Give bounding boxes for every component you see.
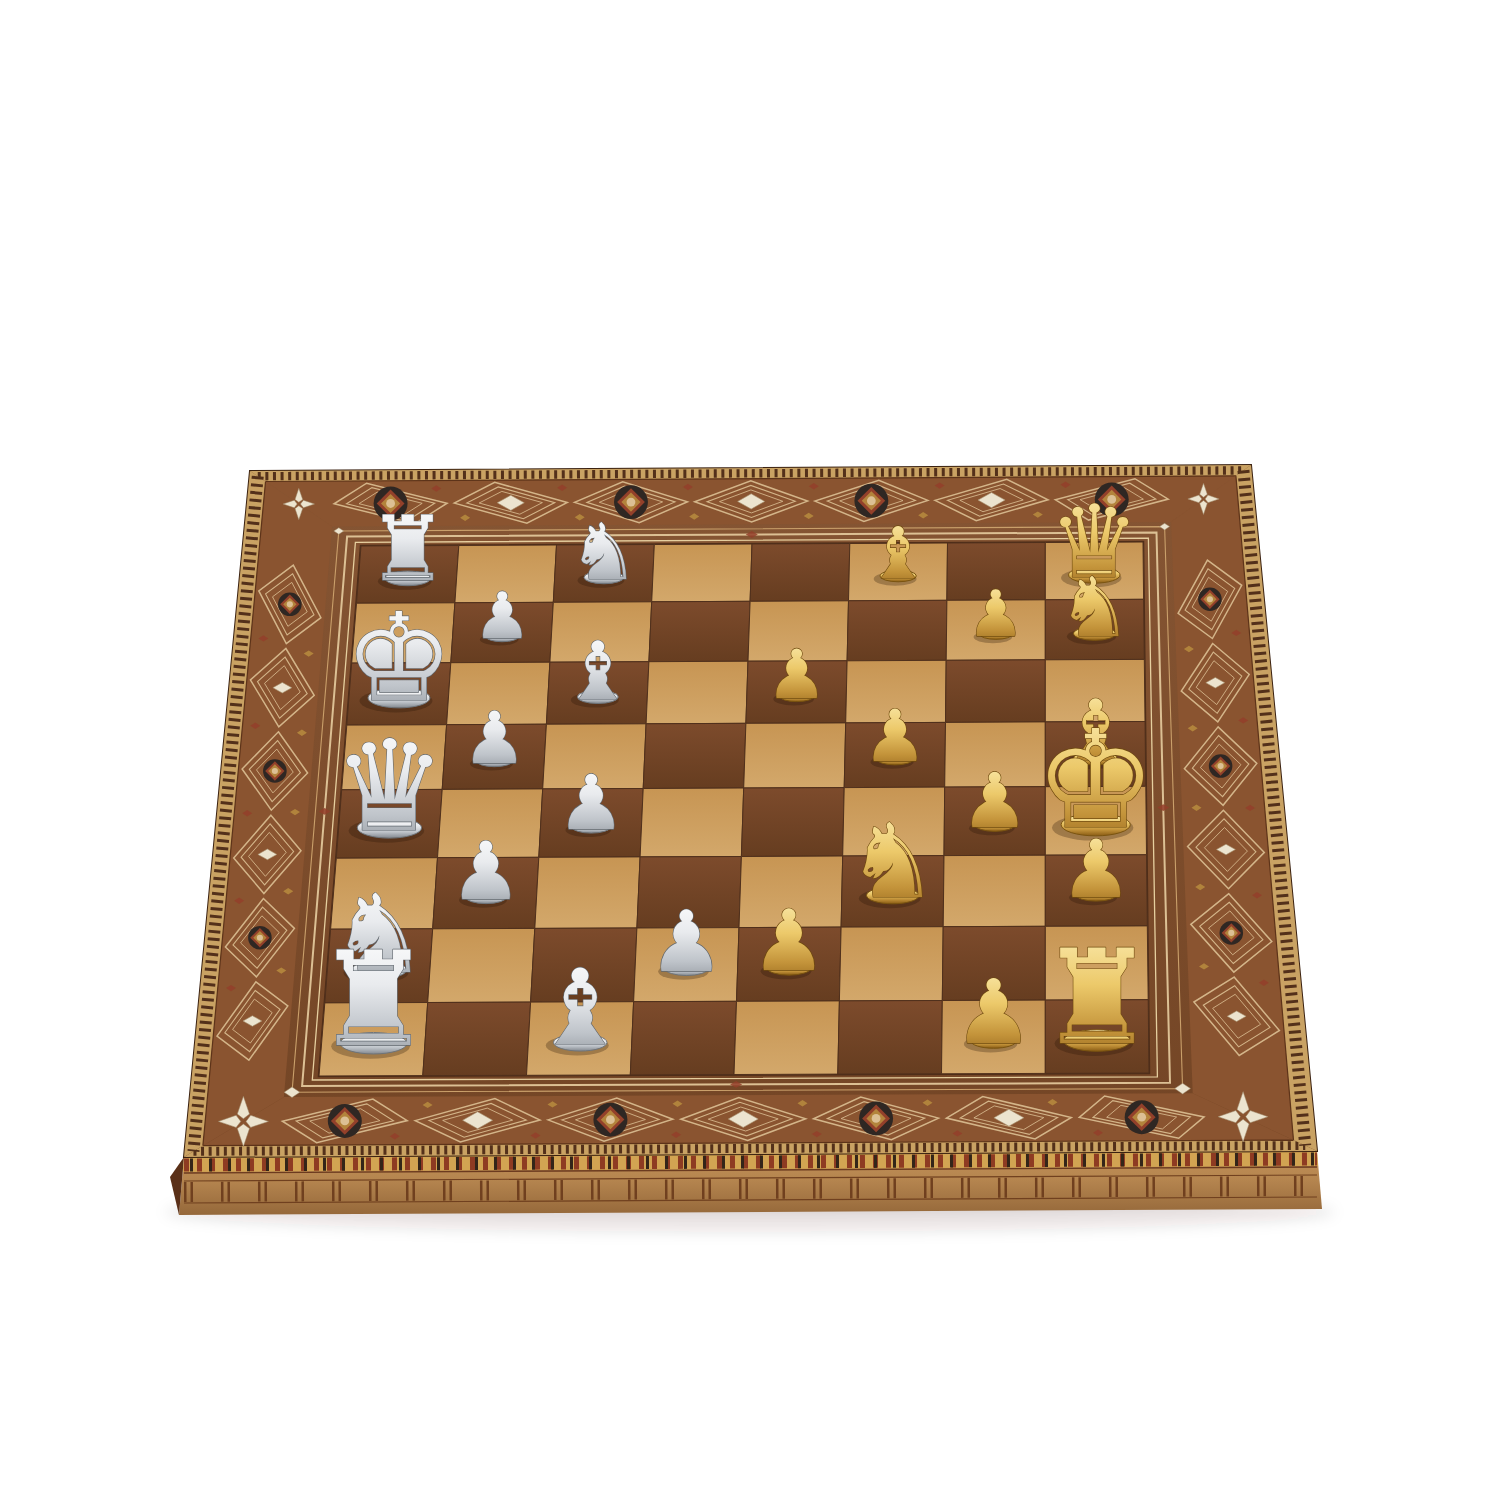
piece-silver-rook-h1[interactable]: ♜ [368, 497, 448, 601]
piece-gold-pawn-g7[interactable]: ♟ [967, 576, 1025, 651]
piece-gold-bishop-h6[interactable]: ♝ [866, 512, 930, 595]
svg-text:♟: ♟ [751, 892, 827, 990]
piece-silver-queen-d1[interactable]: ♛ [333, 713, 446, 860]
svg-text:♟: ♟ [954, 960, 1034, 1064]
svg-text:♛: ♛ [333, 713, 446, 860]
square-b2[interactable] [428, 928, 535, 1002]
square-a4[interactable] [630, 1001, 736, 1075]
piece-gold-knight-c6[interactable]: ♞ [847, 801, 939, 921]
svg-text:♟: ♟ [649, 893, 725, 991]
square-c7[interactable] [943, 855, 1045, 927]
square-a6[interactable] [838, 1001, 943, 1075]
svg-text:♟: ♟ [462, 696, 526, 780]
chessboard-photo: ♜♞♝♛♟♟♞♚♝♟♟♟♝♛♟♟♚♟♞♟♞♟♟♜♝♟♜ [0, 0, 1500, 1500]
piece-gold-pawn-d7[interactable]: ♟ [961, 757, 1029, 845]
piece-silver-pawn-c2[interactable]: ♟ [450, 825, 522, 918]
piece-gold-knight-g8[interactable]: ♞ [1058, 559, 1132, 655]
piece-silver-pawn-e2[interactable]: ♟ [462, 696, 526, 780]
square-d4[interactable] [640, 788, 744, 857]
square-f7[interactable] [946, 660, 1046, 723]
piece-silver-pawn-d3[interactable]: ♟ [557, 759, 625, 847]
piece-silver-bishop-a3[interactable]: ♝ [533, 947, 627, 1069]
piece-silver-rook-a1[interactable]: ♜ [315, 923, 433, 1076]
piece-silver-bishop-f3[interactable]: ♝ [562, 625, 634, 718]
svg-text:♟: ♟ [863, 694, 927, 778]
square-h4[interactable] [652, 544, 752, 602]
svg-text:♟: ♟ [766, 635, 827, 714]
piece-silver-pawn-g2[interactable]: ♟ [473, 578, 531, 653]
piece-gold-pawn-b5[interactable]: ♟ [751, 892, 827, 990]
square-g6[interactable] [847, 600, 947, 661]
square-b6[interactable] [839, 927, 943, 1001]
svg-text:♟: ♟ [473, 578, 531, 653]
svg-text:♟: ♟ [967, 576, 1025, 651]
board-front-edge [170, 1151, 1323, 1215]
square-a5[interactable] [734, 1001, 839, 1075]
svg-text:♜: ♜ [1038, 921, 1156, 1074]
board-photo-stage: ♜♞♝♛♟♟♞♚♝♟♟♟♝♛♟♟♚♟♞♟♞♟♟♜♝♟♜ [0, 0, 1500, 1500]
svg-text:♝: ♝ [866, 512, 930, 595]
svg-text:♜: ♜ [315, 923, 433, 1076]
piece-silver-knight-h3[interactable]: ♞ [569, 507, 639, 597]
svg-text:♟: ♟ [1060, 823, 1132, 916]
svg-text:♟: ♟ [450, 825, 522, 918]
square-e5[interactable] [744, 723, 846, 788]
svg-text:♟: ♟ [961, 757, 1029, 845]
piece-silver-pawn-b4[interactable]: ♟ [649, 893, 725, 991]
square-c3[interactable] [535, 857, 640, 929]
svg-text:♞: ♞ [1058, 559, 1132, 655]
square-g4[interactable] [649, 601, 750, 661]
square-e4[interactable] [643, 723, 746, 788]
svg-text:♜: ♜ [368, 497, 448, 601]
piece-gold-rook-a8[interactable]: ♜ [1038, 921, 1156, 1074]
square-h5[interactable] [750, 544, 850, 602]
square-d5[interactable] [741, 788, 844, 857]
svg-text:♟: ♟ [557, 759, 625, 847]
svg-text:♝: ♝ [562, 625, 634, 718]
svg-text:♞: ♞ [569, 507, 639, 597]
piece-gold-pawn-c8[interactable]: ♟ [1060, 823, 1132, 916]
square-a2[interactable] [423, 1002, 531, 1076]
svg-text:♝: ♝ [533, 947, 627, 1069]
piece-silver-king-f1[interactable]: ♚ [344, 587, 453, 729]
piece-gold-pawn-e6[interactable]: ♟ [863, 694, 927, 778]
svg-text:♞: ♞ [847, 801, 939, 921]
svg-text:♚: ♚ [344, 587, 453, 729]
piece-gold-pawn-f5[interactable]: ♟ [766, 635, 827, 714]
piece-gold-pawn-a7[interactable]: ♟ [954, 960, 1034, 1064]
square-f4[interactable] [646, 661, 748, 724]
